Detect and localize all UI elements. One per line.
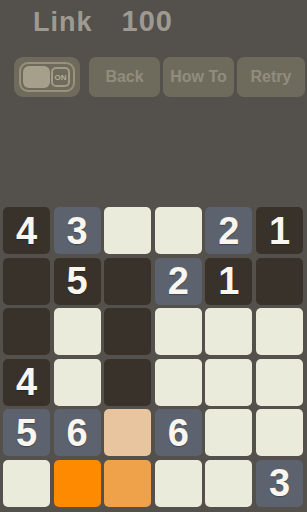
app-screen: Link 100 ON Back How To Retry 4321521456… xyxy=(0,0,307,512)
cell-r2c3[interactable] xyxy=(104,258,151,305)
retry-button[interactable]: Retry xyxy=(237,57,305,97)
cell-r1c4[interactable] xyxy=(155,207,202,254)
cell-r5c5[interactable] xyxy=(205,409,252,456)
cell-r4c4[interactable] xyxy=(155,359,202,406)
cell-r1c6[interactable]: 1 xyxy=(256,207,303,254)
cell-r5c6[interactable] xyxy=(256,409,303,456)
cell-r5c1[interactable]: 5 xyxy=(3,409,50,456)
toggle-switch-button[interactable]: ON xyxy=(14,57,80,97)
cell-r4c3[interactable] xyxy=(104,359,151,406)
cell-r3c5[interactable] xyxy=(205,308,252,355)
cell-r4c6[interactable] xyxy=(256,359,303,406)
cell-r1c5[interactable]: 2 xyxy=(205,207,252,254)
app-title: Link xyxy=(33,7,93,38)
cell-r6c3[interactable] xyxy=(104,460,151,507)
cell-r5c3[interactable] xyxy=(104,409,151,456)
cell-r1c1[interactable]: 4 xyxy=(3,207,50,254)
cell-r2c5[interactable]: 1 xyxy=(205,258,252,305)
cell-r4c1[interactable]: 4 xyxy=(3,359,50,406)
toolbar: ON Back How To Retry xyxy=(14,57,305,97)
cell-r2c2[interactable]: 5 xyxy=(54,258,101,305)
cell-r5c2[interactable]: 6 xyxy=(54,409,101,456)
cell-r1c2[interactable]: 3 xyxy=(54,207,101,254)
cell-r4c2[interactable] xyxy=(54,359,101,406)
board: 432152145663 xyxy=(3,207,303,507)
cell-r5c4[interactable]: 6 xyxy=(155,409,202,456)
cell-r4c5[interactable] xyxy=(205,359,252,406)
toggle-pill: ON xyxy=(19,62,75,92)
back-button[interactable]: Back xyxy=(89,57,160,97)
cell-r3c3[interactable] xyxy=(104,308,151,355)
cell-r2c1[interactable] xyxy=(3,258,50,305)
cell-r6c4[interactable] xyxy=(155,460,202,507)
cell-r3c6[interactable] xyxy=(256,308,303,355)
toggle-on-label: ON xyxy=(51,67,70,87)
cell-r1c3[interactable] xyxy=(104,207,151,254)
cell-r6c2[interactable] xyxy=(54,460,101,507)
cell-r2c4[interactable]: 2 xyxy=(155,258,202,305)
toggle-knob xyxy=(23,66,50,88)
cell-r3c4[interactable] xyxy=(155,308,202,355)
cell-r6c1[interactable] xyxy=(3,460,50,507)
score-value: 100 xyxy=(122,5,173,38)
header: Link 100 xyxy=(33,5,173,38)
cell-r6c5[interactable] xyxy=(205,460,252,507)
cell-r3c1[interactable] xyxy=(3,308,50,355)
cell-r6c6[interactable]: 3 xyxy=(256,460,303,507)
howto-button[interactable]: How To xyxy=(163,57,234,97)
cell-r3c2[interactable] xyxy=(54,308,101,355)
cell-r2c6[interactable] xyxy=(256,258,303,305)
